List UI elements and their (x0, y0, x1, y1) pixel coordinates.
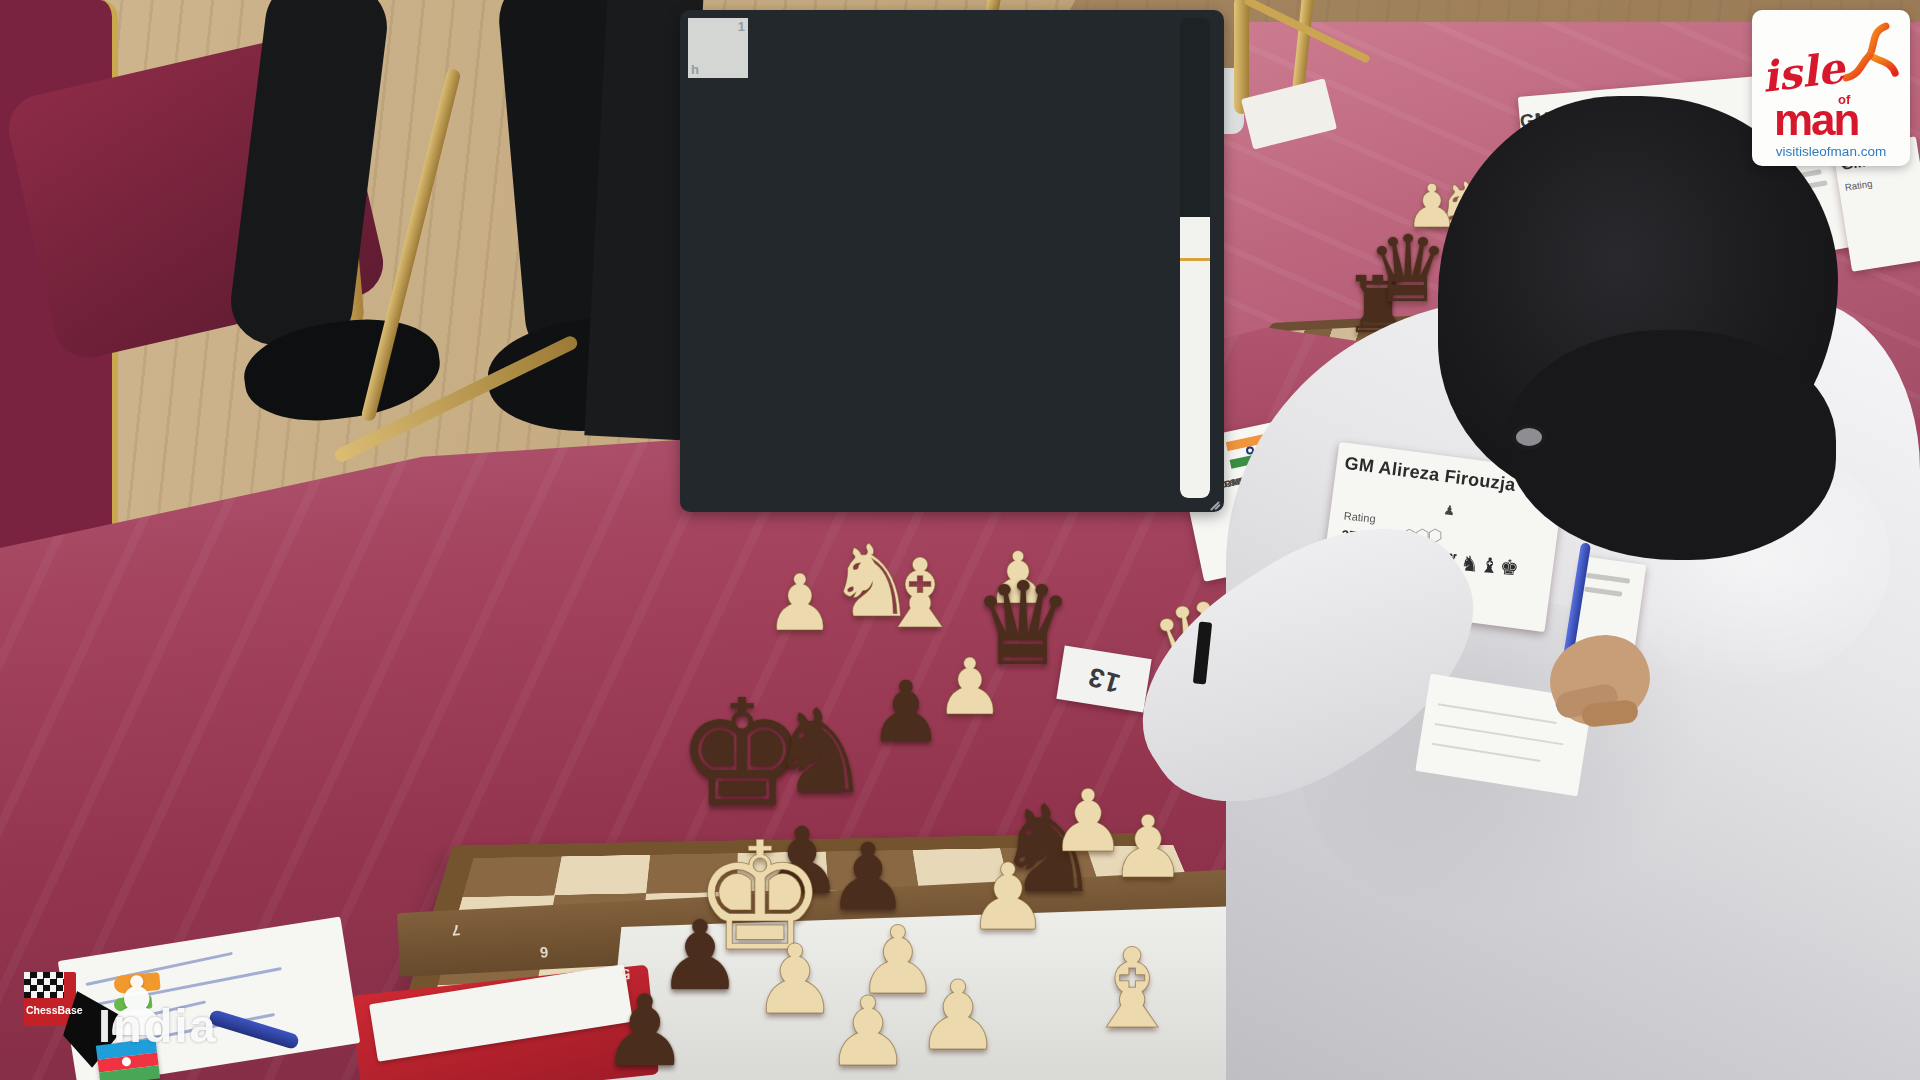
rating-label: Rating (1343, 510, 1376, 525)
board-frame-coordinate: 7 (451, 922, 461, 940)
chess-board[interactable]: 8♚♞♟7♟♟6♟♟♟♟5♚♟♞4♟♟3♝2abc♝defgh1 (688, 18, 1168, 498)
file-label-h: h (691, 62, 699, 77)
board-frame-coordinate: 6 (539, 944, 549, 962)
illegible-text-line (1584, 587, 1622, 597)
broadcast-frame: 765 ♟♞♝♟♛♜♛♚♞♟♟♟♟♞♟♟♟♟♟♚♟♟♟♟♝♜♛♞♟ 13 Che… (0, 0, 1920, 1080)
physical-white-piece: ♟ (825, 984, 911, 1080)
resize-handle-icon[interactable] (1209, 497, 1221, 509)
square-h1[interactable]: h1 (688, 18, 748, 78)
eval-zero-marker (1180, 258, 1210, 261)
man-text: man (1774, 98, 1858, 142)
scoresheet-rule (1432, 743, 1541, 762)
physical-white-piece: ♝ (1083, 934, 1182, 1044)
rank-label-1: 1 (738, 19, 745, 34)
physical-black-piece: ♟ (601, 982, 689, 1080)
physical-white-piece: ♟ (935, 648, 1005, 726)
chessbase-logo-text: ChessBase (26, 1004, 76, 1016)
digital-board-overlay: 8♚♞♟7♟♟6♟♟♟♟5♚♟♞4♟♟3♝2abc♝defgh1 (680, 10, 1224, 512)
chessbase-checker-icon (24, 972, 64, 998)
isle-of-man-logo-card: isle of man visitisleofman.com (1752, 10, 1910, 166)
physical-black-piece: ♟ (868, 670, 943, 754)
far-player2-rating-label: Rating (1844, 178, 1873, 193)
evaluation-bar (1180, 18, 1210, 498)
chessbase-india-text: India (98, 998, 218, 1053)
illegible-text-line (1586, 573, 1630, 584)
physical-white-piece: ♝ (877, 546, 963, 642)
scoresheet-rule (1435, 723, 1564, 745)
visit-url-text: visitisleofman.com (1752, 144, 1910, 159)
mini-piece-icon: ♟ (1443, 502, 1457, 518)
isle-text: isle (1760, 47, 1847, 99)
physical-black-piece: ♞ (768, 694, 872, 810)
physical-white-piece: ♟ (1109, 804, 1186, 890)
table-number: 13 (1084, 660, 1123, 699)
scoresheet-rule (1438, 703, 1557, 724)
physical-white-piece: ♟ (967, 852, 1049, 944)
physical-white-piece: ♟ (765, 564, 835, 642)
player-glasses (1512, 424, 1546, 450)
physical-white-piece: ♟ (915, 968, 1001, 1064)
